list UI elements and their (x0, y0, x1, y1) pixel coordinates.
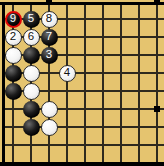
stone-number: 3 (46, 49, 52, 61)
stone-number: 8 (46, 13, 52, 25)
stone-number: 7 (46, 31, 52, 43)
stone-white (5, 47, 22, 64)
stone-black (23, 47, 40, 64)
stone-black-9-last-move: 9 (5, 11, 22, 28)
stone-number: 6 (28, 31, 34, 43)
stone-black-5: 5 (23, 11, 40, 28)
stone-white (41, 119, 58, 136)
hoshi-marker (46, 0, 52, 5)
stone-white-8: 8 (41, 11, 58, 28)
stone-white-2: 2 (5, 29, 22, 46)
stone-number: 5 (28, 13, 34, 25)
stone-number: 9 (10, 13, 16, 25)
stone-black-7: 7 (41, 29, 58, 46)
stone-black-3: 3 (41, 47, 58, 64)
grid-line-vertical (120, 2, 122, 162)
board-edge-bottom (0, 162, 164, 166)
stone-white-6: 6 (23, 29, 40, 46)
grid-line-vertical (84, 2, 86, 162)
stone-black (5, 83, 22, 100)
hoshi-marker (154, 106, 160, 112)
board-edge-left (2, 2, 5, 166)
stone-number: 2 (10, 31, 16, 43)
stone-black (23, 101, 40, 118)
stone-black (23, 119, 40, 136)
grid-line-vertical (156, 2, 158, 162)
stone-white-4: 4 (59, 65, 76, 82)
board-edge-top (0, 2, 164, 5)
grid-line-horizontal (2, 144, 164, 146)
grid-line-vertical (102, 2, 104, 162)
go-board[interactable]: 95826734 (0, 0, 164, 166)
stone-number: 4 (64, 67, 70, 79)
stone-white (23, 65, 40, 82)
stone-white (23, 83, 40, 100)
stone-black (5, 65, 22, 82)
grid-line-vertical (138, 2, 140, 162)
hoshi-marker (154, 0, 160, 5)
stone-white (41, 101, 58, 118)
grid-line-vertical (66, 2, 68, 162)
